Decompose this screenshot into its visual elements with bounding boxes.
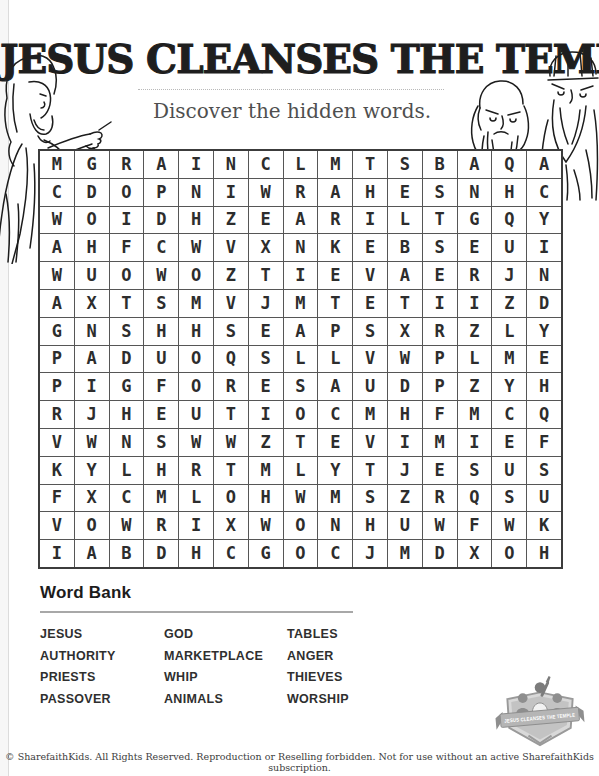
word-bank-item: AUTHORITY	[40, 646, 164, 668]
grid-cell[interactable]: L	[492, 318, 526, 345]
grid-cell[interactable]: V	[40, 512, 74, 539]
grid-cell[interactable]: C	[249, 151, 283, 178]
grid-cell[interactable]: L	[179, 485, 213, 512]
grid-cell[interactable]: F	[423, 401, 457, 428]
grid-cell[interactable]: Q	[492, 151, 526, 178]
grid-cell[interactable]: P	[40, 346, 74, 373]
grid-cell[interactable]: L	[284, 151, 318, 178]
grid-cell[interactable]: D	[388, 373, 422, 400]
word-bank-column: TABLESANGERTHIEVESWORSHIP	[287, 624, 349, 710]
grid-cell[interactable]: A	[40, 290, 74, 317]
grid-cell[interactable]: R	[40, 401, 74, 428]
grid-cell[interactable]: O	[110, 179, 144, 206]
grid-cell[interactable]: Z	[458, 318, 492, 345]
grid-cell[interactable]: E	[423, 262, 457, 289]
grid-cell[interactable]: Z	[458, 373, 492, 400]
grid-cell[interactable]: G	[40, 318, 74, 345]
grid-cell[interactable]: R	[318, 207, 352, 234]
grid-cell[interactable]: Q	[492, 207, 526, 234]
grid-cell[interactable]: W	[110, 512, 144, 539]
grid-cell[interactable]: E	[388, 179, 422, 206]
grid-cell[interactable]: H	[388, 401, 422, 428]
grid-cell[interactable]: Z	[492, 290, 526, 317]
grid-cell[interactable]: E	[144, 401, 178, 428]
grid-cell[interactable]: W	[179, 234, 213, 261]
grid-cell[interactable]: D	[144, 540, 178, 567]
grid-cell[interactable]: O	[284, 512, 318, 539]
grid-cell[interactable]: D	[75, 179, 109, 206]
grid-cell[interactable]: A	[527, 151, 561, 178]
copyright-footer: © SharefaithKids. All Rights Reserved. R…	[0, 751, 599, 773]
grid-cell[interactable]: G	[249, 540, 283, 567]
grid-cell[interactable]: Y	[527, 318, 561, 345]
grid-cell[interactable]: E	[353, 290, 387, 317]
grid-cell[interactable]: I	[353, 207, 387, 234]
grid-cell[interactable]: A	[318, 373, 352, 400]
grid-cell[interactable]: A	[284, 318, 318, 345]
grid-cell[interactable]: O	[75, 207, 109, 234]
grid-cell[interactable]: Z	[388, 485, 422, 512]
grid-cell[interactable]: K	[318, 234, 352, 261]
grid-cell[interactable]: X	[388, 318, 422, 345]
grid-cell[interactable]: P	[423, 373, 457, 400]
grid-cell[interactable]: P	[144, 179, 178, 206]
grid-cell[interactable]: D	[423, 540, 457, 567]
grid-cell[interactable]: W	[40, 262, 74, 289]
grid-cell[interactable]: M	[318, 485, 352, 512]
grid-cell[interactable]: H	[353, 512, 387, 539]
grid-cell[interactable]: M	[492, 346, 526, 373]
grid-cell[interactable]: I	[75, 373, 109, 400]
grid-cell[interactable]: W	[40, 207, 74, 234]
grid-cell[interactable]: W	[388, 346, 422, 373]
grid-cell[interactable]: Y	[492, 373, 526, 400]
grid-cell[interactable]: I	[214, 179, 248, 206]
grid-cell[interactable]: I	[458, 290, 492, 317]
grid-cell[interactable]: S	[423, 234, 457, 261]
grid-cell[interactable]: Q	[214, 346, 248, 373]
grid-cell[interactable]: S	[284, 373, 318, 400]
word-bank-rule	[40, 611, 353, 613]
grid-cell[interactable]: I	[179, 151, 213, 178]
grid-cell[interactable]: V	[353, 429, 387, 456]
grid-cell[interactable]: H	[179, 540, 213, 567]
grid-cell[interactable]: R	[423, 318, 457, 345]
grid-cell[interactable]: M	[284, 290, 318, 317]
grid-cell[interactable]: O	[492, 540, 526, 567]
grid-cell[interactable]: V	[40, 429, 74, 456]
grid-cell[interactable]: M	[353, 401, 387, 428]
grid-cell[interactable]: V	[353, 346, 387, 373]
grid-cell[interactable]: H	[110, 401, 144, 428]
grid-cell[interactable]: T	[284, 429, 318, 456]
grid-cell[interactable]: E	[458, 234, 492, 261]
grid-cell[interactable]: E	[249, 318, 283, 345]
word-bank-heading: Word Bank	[40, 583, 560, 603]
grid-cell[interactable]: T	[214, 401, 248, 428]
grid-cell[interactable]: C	[492, 401, 526, 428]
grid-cell[interactable]: E	[423, 457, 457, 484]
grid-cell[interactable]: K	[40, 457, 74, 484]
grid-cell[interactable]: A	[75, 540, 109, 567]
grid-cell[interactable]: B	[388, 234, 422, 261]
grid-cell[interactable]: Z	[214, 207, 248, 234]
word-bank-item: WHIP	[164, 667, 287, 689]
grid-cell[interactable]: U	[388, 512, 422, 539]
worksheet-page: JESUS CLEANSES THE TEMPLE Discover the h…	[0, 0, 599, 776]
word-bank-item: THIEVES	[287, 667, 349, 689]
grid-cell[interactable]: A	[458, 151, 492, 178]
grid-cell[interactable]: Q	[458, 485, 492, 512]
grid-cell[interactable]: F	[110, 234, 144, 261]
grid-cell[interactable]: Y	[527, 207, 561, 234]
word-bank-item: ANIMALS	[164, 689, 287, 711]
grid-cell[interactable]: S	[353, 485, 387, 512]
grid-cell[interactable]: S	[249, 346, 283, 373]
grid-cell[interactable]: C	[110, 485, 144, 512]
word-bank-column: GODMARKETPLACEWHIPANIMALS	[164, 624, 287, 710]
grid-cell[interactable]: U	[179, 401, 213, 428]
grid-cell[interactable]: X	[249, 234, 283, 261]
grid-cell[interactable]: M	[318, 151, 352, 178]
grid-cell[interactable]: M	[388, 540, 422, 567]
grid-cell[interactable]: X	[75, 290, 109, 317]
grid-cell[interactable]: P	[40, 373, 74, 400]
grid-cell[interactable]: M	[249, 457, 283, 484]
grid-cell[interactable]: N	[527, 262, 561, 289]
grid-cell[interactable]: U	[353, 373, 387, 400]
subtitle: Discover the hidden words.	[80, 99, 504, 123]
grid-cell[interactable]: N	[110, 429, 144, 456]
grid-cell[interactable]: R	[110, 151, 144, 178]
grid-cell[interactable]: S	[492, 485, 526, 512]
grid-cell[interactable]: V	[214, 290, 248, 317]
grid-cell[interactable]: Z	[249, 429, 283, 456]
grid-cell[interactable]: N	[284, 234, 318, 261]
grid-cell[interactable]: U	[492, 457, 526, 484]
grid-cell[interactable]: U	[75, 262, 109, 289]
grid-cell[interactable]: U	[527, 485, 561, 512]
grid-cell[interactable]: P	[318, 318, 352, 345]
grid-cell[interactable]: A	[388, 262, 422, 289]
grid-cell[interactable]: U	[492, 234, 526, 261]
grid-cell[interactable]: E	[249, 373, 283, 400]
grid-cell[interactable]: L	[284, 457, 318, 484]
grid-cell[interactable]: R	[284, 179, 318, 206]
grid-cell[interactable]: A	[318, 179, 352, 206]
word-bank-item: PASSOVER	[40, 689, 164, 711]
word-bank-item: ANGER	[287, 646, 349, 668]
word-bank-columns: JESUSAUTHORITYPRIESTSPASSOVERGODMARKETPL…	[40, 624, 560, 710]
word-bank-item: TABLES	[287, 624, 349, 646]
word-bank-section: Word Bank JESUSAUTHORITYPRIESTSPASSOVERG…	[40, 583, 560, 710]
grid-cell[interactable]: H	[492, 179, 526, 206]
grid-cell[interactable]: C	[318, 540, 352, 567]
grid-cell[interactable]: R	[144, 512, 178, 539]
grid-cell[interactable]: H	[179, 318, 213, 345]
grid-cell[interactable]: W	[75, 429, 109, 456]
grid-cell[interactable]: F	[40, 485, 74, 512]
grid-cell[interactable]: T	[318, 290, 352, 317]
grid-cell[interactable]: I	[179, 512, 213, 539]
grid-cell[interactable]: K	[527, 512, 561, 539]
grid-cell[interactable]: D	[110, 346, 144, 373]
grid-cell[interactable]: N	[75, 318, 109, 345]
page-title: JESUS CLEANSES THE TEMPLE	[0, 36, 599, 82]
grid-cell[interactable]: O	[284, 540, 318, 567]
grid-cell[interactable]: E	[527, 346, 561, 373]
grid-cell[interactable]: S	[144, 429, 178, 456]
grid-cell[interactable]: H	[353, 179, 387, 206]
grid-cell[interactable]: S	[388, 151, 422, 178]
grid-cell[interactable]: H	[249, 485, 283, 512]
grid-cell[interactable]: S	[527, 457, 561, 484]
grid-cell[interactable]: H	[144, 457, 178, 484]
grid-cell[interactable]: W	[423, 512, 457, 539]
grid-cell[interactable]: J	[388, 457, 422, 484]
grid-cell[interactable]: E	[353, 234, 387, 261]
word-bank-item: JESUS	[40, 624, 164, 646]
grid-cell[interactable]: G	[75, 151, 109, 178]
sharefaith-badge: JESUS CLEANSES THE TEMPLE	[492, 676, 588, 752]
grid-cell[interactable]: F	[458, 512, 492, 539]
grid-cell[interactable]: W	[249, 179, 283, 206]
grid-cell[interactable]: H	[179, 207, 213, 234]
grid-cell[interactable]: S	[110, 318, 144, 345]
grid-cell[interactable]: X	[75, 485, 109, 512]
grid-cell[interactable]: S	[458, 457, 492, 484]
grid-cell[interactable]: Y	[318, 457, 352, 484]
grid-cell[interactable]: W	[249, 512, 283, 539]
grid-cell[interactable]: J	[75, 401, 109, 428]
wordsearch-grid: MGRAINCLMTSBAQACDOPNIWRAHESNHCWOIDHZEARI…	[38, 149, 563, 569]
grid-cell[interactable]: I	[249, 401, 283, 428]
grid-cell[interactable]: J	[353, 540, 387, 567]
grid-cell[interactable]: I	[40, 540, 74, 567]
grid-cell[interactable]: I	[284, 262, 318, 289]
grid-cell[interactable]: W	[492, 512, 526, 539]
grid-cell[interactable]: R	[179, 457, 213, 484]
grid-cell[interactable]: A	[144, 151, 178, 178]
grid-cell[interactable]: M	[423, 429, 457, 456]
grid-cell[interactable]: T	[388, 290, 422, 317]
grid-cell[interactable]: B	[110, 540, 144, 567]
grid-cell[interactable]: Z	[214, 262, 248, 289]
grid-cell[interactable]: U	[144, 346, 178, 373]
grid-cell[interactable]: I	[388, 429, 422, 456]
grid-cell[interactable]: W	[214, 429, 248, 456]
grid-cell[interactable]: N	[179, 179, 213, 206]
word-bank-item: GOD	[164, 624, 287, 646]
word-bank-item: WORSHIP	[287, 689, 349, 711]
grid-cell[interactable]: R	[423, 485, 457, 512]
grid-cell[interactable]: H	[527, 540, 561, 567]
grid-cell[interactable]: V	[214, 234, 248, 261]
grid-cell[interactable]: T	[249, 262, 283, 289]
grid-cell[interactable]: G	[458, 207, 492, 234]
grid-cell[interactable]: D	[144, 207, 178, 234]
grid-cell[interactable]: O	[75, 512, 109, 539]
grid-cell[interactable]: H	[75, 234, 109, 261]
grid-cell[interactable]: I	[110, 207, 144, 234]
word-bank-item: MARKETPLACE	[164, 646, 287, 668]
grid-cell[interactable]: F	[527, 429, 561, 456]
grid-cell[interactable]: S	[144, 290, 178, 317]
grid-cell[interactable]: X	[214, 512, 248, 539]
grid-cell[interactable]: F	[144, 373, 178, 400]
grid-cell[interactable]: Q	[527, 401, 561, 428]
grid-cell[interactable]: L	[284, 346, 318, 373]
grid-cell[interactable]: L	[110, 457, 144, 484]
grid-cell[interactable]: O	[214, 485, 248, 512]
grid-cell[interactable]: R	[214, 373, 248, 400]
title-separator	[138, 89, 444, 90]
grid-cell[interactable]: A	[75, 346, 109, 373]
grid-cell[interactable]: T	[353, 457, 387, 484]
grid-cell[interactable]: T	[110, 290, 144, 317]
grid-cell[interactable]: H	[527, 373, 561, 400]
grid-cell[interactable]: S	[353, 318, 387, 345]
grid-cell[interactable]: I	[458, 429, 492, 456]
grid-cell[interactable]: Y	[75, 457, 109, 484]
grid-cell[interactable]: I	[423, 290, 457, 317]
grid-cell[interactable]: S	[423, 179, 457, 206]
grid-cell[interactable]: O	[284, 401, 318, 428]
grid-cell[interactable]: C	[318, 401, 352, 428]
grid-cell[interactable]: N	[458, 179, 492, 206]
grid-cell[interactable]: C	[40, 179, 74, 206]
grid-cell[interactable]: S	[214, 318, 248, 345]
grid-cell[interactable]: D	[527, 290, 561, 317]
grid-cell[interactable]: C	[214, 540, 248, 567]
grid-cell[interactable]: T	[353, 151, 387, 178]
grid-cell[interactable]: E	[249, 207, 283, 234]
grid-cell[interactable]: W	[144, 262, 178, 289]
grid-cell[interactable]: E	[318, 429, 352, 456]
grid-cell[interactable]: T	[214, 457, 248, 484]
grid-cell[interactable]: N	[214, 151, 248, 178]
grid-cell[interactable]: R	[458, 262, 492, 289]
grid-cell[interactable]: M	[179, 290, 213, 317]
grid-cell[interactable]: C	[144, 234, 178, 261]
grid-cell[interactable]: L	[318, 346, 352, 373]
grid-cell[interactable]: L	[458, 346, 492, 373]
grid-cell[interactable]: O	[179, 346, 213, 373]
grid-cell[interactable]: A	[40, 234, 74, 261]
grid-cell[interactable]: J	[492, 262, 526, 289]
grid-cell[interactable]: W	[284, 485, 318, 512]
word-bank-column: JESUSAUTHORITYPRIESTSPASSOVER	[40, 624, 164, 710]
grid-cell[interactable]: O	[110, 262, 144, 289]
grid-cell[interactable]: I	[527, 234, 561, 261]
grid-cell[interactable]: M	[40, 151, 74, 178]
grid-cell[interactable]: O	[179, 262, 213, 289]
grid-cell[interactable]: V	[353, 262, 387, 289]
grid-cell[interactable]: E	[318, 262, 352, 289]
grid-cell[interactable]: G	[110, 373, 144, 400]
grid-cell[interactable]: A	[284, 207, 318, 234]
grid-cell[interactable]: T	[423, 207, 457, 234]
grid-cell[interactable]: N	[318, 512, 352, 539]
grid-cell[interactable]: M	[458, 401, 492, 428]
grid-cell[interactable]: W	[179, 429, 213, 456]
grid-cell[interactable]: E	[492, 429, 526, 456]
grid-cell[interactable]: L	[388, 207, 422, 234]
grid-cell[interactable]: J	[249, 290, 283, 317]
grid-cell[interactable]: O	[179, 373, 213, 400]
grid-cell[interactable]: X	[458, 540, 492, 567]
grid-cell[interactable]: B	[423, 151, 457, 178]
grid-cell[interactable]: P	[423, 346, 457, 373]
word-bank-item: PRIESTS	[40, 667, 164, 689]
grid-cell[interactable]: M	[144, 485, 178, 512]
grid-cell[interactable]: C	[527, 179, 561, 206]
grid-cell[interactable]: H	[144, 318, 178, 345]
